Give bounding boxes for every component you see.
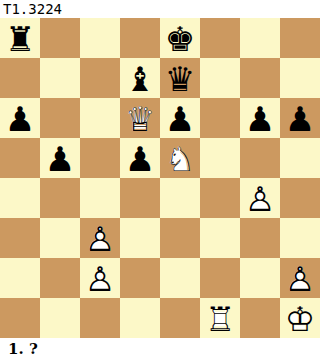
square-d1[interactable] [120,298,160,338]
piece-black-pawn[interactable]: ♟ [240,98,280,138]
piece-outline-glyph: ♙ [80,258,120,298]
square-e6[interactable]: ♟ [160,98,200,138]
piece-fill-glyph: ♟ [240,98,280,138]
piece-white-queen[interactable]: ♛♕ [120,98,160,138]
piece-fill-glyph: ♟ [80,218,120,258]
square-g4[interactable]: ♟♙ [240,178,280,218]
piece-outline-glyph: ♔ [280,298,320,338]
square-g2[interactable] [240,258,280,298]
piece-white-pawn[interactable]: ♟♙ [80,218,120,258]
square-c7[interactable] [80,58,120,98]
square-f7[interactable] [200,58,240,98]
piece-fill-glyph: ♜ [200,298,240,338]
square-b5[interactable]: ♟ [40,138,80,178]
piece-fill-glyph: ♟ [280,258,320,298]
piece-white-rook[interactable]: ♜♖ [200,298,240,338]
piece-fill-glyph: ♞ [160,138,200,178]
square-g1[interactable] [240,298,280,338]
square-e8[interactable]: ♚ [160,18,200,58]
square-e3[interactable] [160,218,200,258]
piece-fill-glyph: ♟ [40,138,80,178]
square-d3[interactable] [120,218,160,258]
square-f4[interactable] [200,178,240,218]
square-h3[interactable] [280,218,320,258]
piece-black-pawn[interactable]: ♟ [0,98,40,138]
square-g5[interactable] [240,138,280,178]
piece-white-pawn[interactable]: ♟♙ [280,258,320,298]
square-g7[interactable] [240,58,280,98]
piece-white-pawn[interactable]: ♟♙ [240,178,280,218]
square-d8[interactable] [120,18,160,58]
square-h1[interactable]: ♚♔ [280,298,320,338]
piece-outline-glyph: ♕ [120,98,160,138]
piece-fill-glyph: ♟ [280,98,320,138]
square-b8[interactable] [40,18,80,58]
square-h6[interactable]: ♟ [280,98,320,138]
square-c6[interactable] [80,98,120,138]
square-c1[interactable] [80,298,120,338]
piece-fill-glyph: ♟ [160,98,200,138]
piece-outline-glyph: ♙ [80,218,120,258]
square-d6[interactable]: ♛♕ [120,98,160,138]
square-f1[interactable]: ♜♖ [200,298,240,338]
piece-black-pawn[interactable]: ♟ [160,98,200,138]
square-a6[interactable]: ♟ [0,98,40,138]
square-c8[interactable] [80,18,120,58]
square-c2[interactable]: ♟♙ [80,258,120,298]
piece-fill-glyph: ♛ [120,98,160,138]
piece-fill-glyph: ♟ [240,178,280,218]
square-e4[interactable] [160,178,200,218]
square-h5[interactable] [280,138,320,178]
square-a5[interactable] [0,138,40,178]
square-b7[interactable] [40,58,80,98]
piece-fill-glyph: ♜ [0,18,40,58]
square-b1[interactable] [40,298,80,338]
piece-black-rook[interactable]: ♜ [0,18,40,58]
square-e2[interactable] [160,258,200,298]
square-f5[interactable] [200,138,240,178]
piece-outline-glyph: ♘ [160,138,200,178]
square-h7[interactable] [280,58,320,98]
piece-black-queen[interactable]: ♛ [160,58,200,98]
piece-black-bishop[interactable]: ♝ [120,58,160,98]
piece-outline-glyph: ♙ [240,178,280,218]
square-e1[interactable] [160,298,200,338]
chess-board: ♜♚♝♛♟♛♕♟♟♟♟♟♞♘♟♙♟♙♟♙♟♙♜♖♚♔ [0,18,320,338]
square-c5[interactable] [80,138,120,178]
square-b3[interactable] [40,218,80,258]
piece-fill-glyph: ♚ [160,18,200,58]
piece-fill-glyph: ♟ [120,138,160,178]
piece-fill-glyph: ♝ [120,58,160,98]
square-d4[interactable] [120,178,160,218]
piece-black-king[interactable]: ♚ [160,18,200,58]
piece-outline-glyph: ♙ [280,258,320,298]
piece-white-pawn[interactable]: ♟♙ [80,258,120,298]
piece-fill-glyph: ♟ [0,98,40,138]
square-d5[interactable]: ♟ [120,138,160,178]
square-d2[interactable] [120,258,160,298]
square-a3[interactable] [0,218,40,258]
square-d7[interactable]: ♝ [120,58,160,98]
piece-outline-glyph: ♖ [200,298,240,338]
square-f3[interactable] [200,218,240,258]
piece-black-pawn[interactable]: ♟ [120,138,160,178]
piece-fill-glyph: ♛ [160,58,200,98]
square-h4[interactable] [280,178,320,218]
square-g6[interactable]: ♟ [240,98,280,138]
square-h2[interactable]: ♟♙ [280,258,320,298]
square-f2[interactable] [200,258,240,298]
piece-black-pawn[interactable]: ♟ [40,138,80,178]
piece-fill-glyph: ♟ [80,258,120,298]
square-g3[interactable] [240,218,280,258]
piece-black-pawn[interactable]: ♟ [280,98,320,138]
square-a1[interactable] [0,298,40,338]
square-b6[interactable] [40,98,80,138]
move-prompt-label: 1. ? [8,338,38,360]
square-e7[interactable]: ♛ [160,58,200,98]
square-f6[interactable] [200,98,240,138]
square-f8[interactable] [200,18,240,58]
square-b4[interactable] [40,178,80,218]
square-a2[interactable] [0,258,40,298]
square-a7[interactable] [0,58,40,98]
square-a4[interactable] [0,178,40,218]
piece-white-king[interactable]: ♚♔ [280,298,320,338]
square-c4[interactable] [80,178,120,218]
square-g8[interactable] [240,18,280,58]
piece-fill-glyph: ♚ [280,298,320,338]
square-h8[interactable] [280,18,320,58]
square-a8[interactable]: ♜ [0,18,40,58]
puzzle-id-label: T1.3224 [3,0,62,18]
square-c3[interactable]: ♟♙ [80,218,120,258]
square-e5[interactable]: ♞♘ [160,138,200,178]
square-b2[interactable] [40,258,80,298]
piece-white-knight[interactable]: ♞♘ [160,138,200,178]
